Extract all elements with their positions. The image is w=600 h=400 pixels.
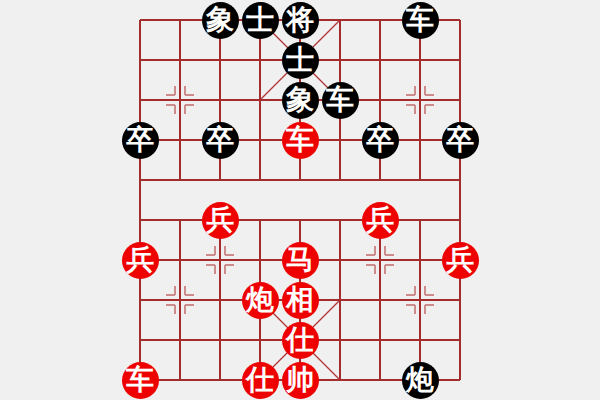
piece-red-soldier[interactable]: 兵: [122, 242, 159, 279]
piece-black-soldier[interactable]: 卒: [202, 122, 239, 159]
piece-black-elephant[interactable]: 象: [282, 82, 319, 119]
piece-red-chariot[interactable]: 车: [282, 122, 319, 159]
piece-black-general[interactable]: 将: [282, 2, 319, 39]
piece-red-chariot[interactable]: 车: [122, 362, 159, 399]
piece-black-chariot[interactable]: 车: [322, 82, 359, 119]
piece-red-soldier[interactable]: 兵: [362, 202, 399, 239]
piece-red-advisor[interactable]: 仕: [242, 362, 279, 399]
piece-black-advisor[interactable]: 士: [282, 42, 319, 79]
pieces-layer: 象士将车士象车卒卒车卒卒兵兵兵马兵炮相仕车仕帅炮: [120, 0, 480, 400]
piece-black-soldier[interactable]: 卒: [442, 122, 479, 159]
piece-red-soldier[interactable]: 兵: [442, 242, 479, 279]
piece-red-soldier[interactable]: 兵: [202, 202, 239, 239]
piece-black-cannon[interactable]: 炮: [402, 362, 439, 399]
piece-black-soldier[interactable]: 卒: [362, 122, 399, 159]
piece-red-elephant[interactable]: 相: [282, 282, 319, 319]
xiangqi-board[interactable]: 象士将车士象车卒卒车卒卒兵兵兵马兵炮相仕车仕帅炮: [0, 0, 600, 400]
piece-black-chariot[interactable]: 车: [402, 2, 439, 39]
piece-black-soldier[interactable]: 卒: [122, 122, 159, 159]
piece-black-elephant[interactable]: 象: [202, 2, 239, 39]
piece-red-general[interactable]: 帅: [282, 362, 319, 399]
piece-black-advisor[interactable]: 士: [242, 2, 279, 39]
piece-red-advisor[interactable]: 仕: [282, 322, 319, 359]
piece-red-horse[interactable]: 马: [282, 242, 319, 279]
piece-red-cannon[interactable]: 炮: [242, 282, 279, 319]
